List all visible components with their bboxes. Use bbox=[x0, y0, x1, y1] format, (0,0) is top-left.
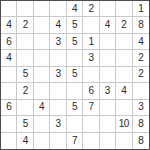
cell-r9c2[interactable]: 4 bbox=[17, 133, 33, 149]
cell-r1c4[interactable] bbox=[50, 1, 66, 17]
cell-r5c5[interactable]: 5 bbox=[67, 67, 83, 83]
cell-r8c6[interactable] bbox=[83, 116, 99, 132]
puzzle-board: 421424542863514432535226346457353108478 bbox=[0, 0, 150, 150]
cell-r5c4[interactable]: 3 bbox=[50, 67, 66, 83]
cell-r9c3[interactable] bbox=[34, 133, 50, 149]
cell-r3c6[interactable]: 1 bbox=[83, 34, 99, 50]
cell-r2c1[interactable]: 4 bbox=[1, 17, 17, 33]
cell-r2c7[interactable]: 4 bbox=[100, 17, 116, 33]
cell-r4c5[interactable] bbox=[67, 50, 83, 66]
cell-r9c6[interactable] bbox=[83, 133, 99, 149]
cell-r9c4[interactable] bbox=[50, 133, 66, 149]
cell-r9c1[interactable] bbox=[1, 133, 17, 149]
cell-r2c2[interactable]: 2 bbox=[17, 17, 33, 33]
cell-r5c3[interactable] bbox=[34, 67, 50, 83]
cell-r6c9[interactable] bbox=[133, 83, 149, 99]
cell-r5c9[interactable]: 2 bbox=[133, 67, 149, 83]
cell-r4c6[interactable]: 3 bbox=[83, 50, 99, 66]
cell-r4c2[interactable] bbox=[17, 50, 33, 66]
cell-r3c3[interactable] bbox=[34, 34, 50, 50]
cell-r2c5[interactable]: 5 bbox=[67, 17, 83, 33]
cell-r3c9[interactable]: 4 bbox=[133, 34, 149, 50]
cell-r5c8[interactable] bbox=[116, 67, 132, 83]
cell-r6c1[interactable] bbox=[1, 83, 17, 99]
cell-r4c7[interactable] bbox=[100, 50, 116, 66]
cell-r4c3[interactable] bbox=[34, 50, 50, 66]
cell-r3c5[interactable]: 5 bbox=[67, 34, 83, 50]
cell-r3c7[interactable] bbox=[100, 34, 116, 50]
cell-r4c1[interactable]: 4 bbox=[1, 50, 17, 66]
cell-r7c1[interactable]: 6 bbox=[1, 100, 17, 116]
cell-r8c9[interactable]: 8 bbox=[133, 116, 149, 132]
cell-r9c7[interactable] bbox=[100, 133, 116, 149]
cell-r7c4[interactable] bbox=[50, 100, 66, 116]
cell-r6c4[interactable] bbox=[50, 83, 66, 99]
cell-r2c3[interactable] bbox=[34, 17, 50, 33]
cell-r5c1[interactable] bbox=[1, 67, 17, 83]
cell-r1c9[interactable]: 1 bbox=[133, 1, 149, 17]
cell-r5c6[interactable] bbox=[83, 67, 99, 83]
cell-r2c9[interactable]: 8 bbox=[133, 17, 149, 33]
cell-r2c6[interactable] bbox=[83, 17, 99, 33]
cell-r6c2[interactable]: 2 bbox=[17, 83, 33, 99]
cell-r1c7[interactable] bbox=[100, 1, 116, 17]
cell-r6c5[interactable] bbox=[67, 83, 83, 99]
cell-r6c7[interactable]: 3 bbox=[100, 83, 116, 99]
cell-r9c8[interactable] bbox=[116, 133, 132, 149]
cell-r6c8[interactable]: 4 bbox=[116, 83, 132, 99]
cell-r1c5[interactable]: 4 bbox=[67, 1, 83, 17]
cell-r4c4[interactable] bbox=[50, 50, 66, 66]
cell-r7c3[interactable]: 4 bbox=[34, 100, 50, 116]
cell-r7c5[interactable]: 5 bbox=[67, 100, 83, 116]
cell-r8c4[interactable]: 3 bbox=[50, 116, 66, 132]
cell-r8c3[interactable] bbox=[34, 116, 50, 132]
cell-r3c8[interactable] bbox=[116, 34, 132, 50]
cell-r1c2[interactable] bbox=[17, 1, 33, 17]
cell-r4c8[interactable] bbox=[116, 50, 132, 66]
cell-r7c2[interactable] bbox=[17, 100, 33, 116]
cell-r7c7[interactable] bbox=[100, 100, 116, 116]
cell-r1c1[interactable] bbox=[1, 1, 17, 17]
cell-r9c5[interactable]: 7 bbox=[67, 133, 83, 149]
cell-r2c4[interactable]: 4 bbox=[50, 17, 66, 33]
cell-r1c3[interactable] bbox=[34, 1, 50, 17]
cell-r2c8[interactable]: 2 bbox=[116, 17, 132, 33]
cell-r3c2[interactable] bbox=[17, 34, 33, 50]
cell-r8c1[interactable] bbox=[1, 116, 17, 132]
cell-r7c9[interactable]: 3 bbox=[133, 100, 149, 116]
cell-r1c6[interactable]: 2 bbox=[83, 1, 99, 17]
cell-r7c8[interactable] bbox=[116, 100, 132, 116]
cell-r5c7[interactable] bbox=[100, 67, 116, 83]
cell-r8c2[interactable]: 5 bbox=[17, 116, 33, 132]
cell-r6c6[interactable]: 6 bbox=[83, 83, 99, 99]
cell-r9c9[interactable]: 8 bbox=[133, 133, 149, 149]
cell-r8c8[interactable]: 10 bbox=[116, 116, 132, 132]
cell-r1c8[interactable] bbox=[116, 1, 132, 17]
cell-r8c7[interactable] bbox=[100, 116, 116, 132]
cell-r7c6[interactable]: 7 bbox=[83, 100, 99, 116]
cell-r4c9[interactable]: 2 bbox=[133, 50, 149, 66]
cell-r5c2[interactable]: 5 bbox=[17, 67, 33, 83]
cell-r6c3[interactable] bbox=[34, 83, 50, 99]
cell-r8c5[interactable] bbox=[67, 116, 83, 132]
cell-r3c4[interactable]: 3 bbox=[50, 34, 66, 50]
cell-r3c1[interactable]: 6 bbox=[1, 34, 17, 50]
